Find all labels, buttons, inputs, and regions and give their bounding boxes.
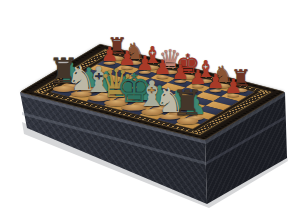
rook-glyph: ♜ [171,87,202,120]
piece-base-disc [209,89,221,92]
piece-base-disc [227,94,239,97]
piece-figure: ♜ [171,87,202,124]
piece-base-disc [176,118,198,124]
photo-stage: ♜♞♝♛♚♝♞♜♟♟♟♟♟♟♟♟♟♟♟♟♟♟♟♟♜♞♝♛♚♝♞♜ [0,0,290,218]
piece-figure: ♟ [224,77,242,97]
piece-figure: ♟ [206,72,224,92]
